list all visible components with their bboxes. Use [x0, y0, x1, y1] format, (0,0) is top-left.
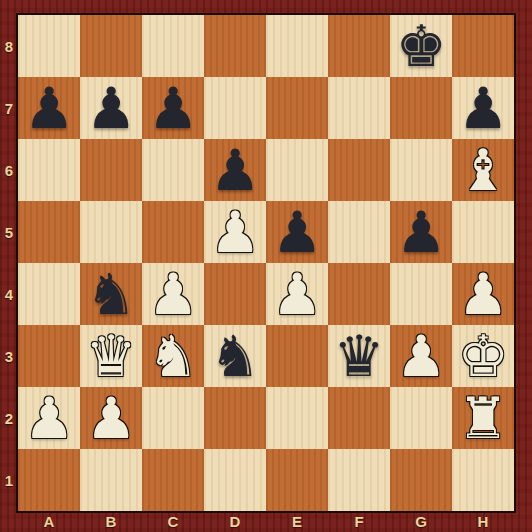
piece-black-knight[interactable]: ♞: [209, 325, 260, 387]
piece-white-pawn[interactable]: ♟: [147, 263, 198, 325]
square-d7[interactable]: [204, 77, 266, 139]
square-h3[interactable]: ♚: [452, 325, 514, 387]
square-h5[interactable]: [452, 201, 514, 263]
square-g4[interactable]: [390, 263, 452, 325]
file-label-c: C: [142, 511, 204, 532]
square-b8[interactable]: [80, 15, 142, 77]
square-h4[interactable]: ♟: [452, 263, 514, 325]
rank-label-5: 5: [0, 201, 18, 263]
square-a7[interactable]: ♟: [18, 77, 80, 139]
square-d3[interactable]: ♞: [204, 325, 266, 387]
square-c4[interactable]: ♟: [142, 263, 204, 325]
rank-label-8: 8: [0, 15, 18, 77]
file-label-a: A: [18, 511, 80, 532]
piece-white-pawn[interactable]: ♟: [395, 325, 446, 387]
square-c5[interactable]: [142, 201, 204, 263]
piece-black-king[interactable]: ♚: [395, 15, 446, 77]
piece-black-pawn[interactable]: ♟: [457, 77, 508, 139]
piece-black-pawn[interactable]: ♟: [147, 77, 198, 139]
rank-label-4: 4: [0, 263, 18, 325]
chess-board: ♚♟♟♟♟♟♝♟♟♟♞♟♟♟♛♞♞♛♟♚♟♟♜: [18, 15, 514, 511]
square-f5[interactable]: [328, 201, 390, 263]
square-f1[interactable]: [328, 449, 390, 511]
square-d8[interactable]: [204, 15, 266, 77]
square-a5[interactable]: [18, 201, 80, 263]
piece-black-pawn[interactable]: ♟: [85, 77, 136, 139]
square-e7[interactable]: [266, 77, 328, 139]
square-a4[interactable]: [18, 263, 80, 325]
square-h1[interactable]: [452, 449, 514, 511]
file-label-h: H: [452, 511, 514, 532]
square-g2[interactable]: [390, 387, 452, 449]
square-g6[interactable]: [390, 139, 452, 201]
square-b3[interactable]: ♛: [80, 325, 142, 387]
rank-label-2: 2: [0, 387, 18, 449]
square-g8[interactable]: ♚: [390, 15, 452, 77]
square-f7[interactable]: [328, 77, 390, 139]
square-g1[interactable]: [390, 449, 452, 511]
square-a3[interactable]: [18, 325, 80, 387]
piece-white-queen[interactable]: ♛: [85, 325, 136, 387]
square-f3[interactable]: ♛: [328, 325, 390, 387]
piece-black-pawn[interactable]: ♟: [23, 77, 74, 139]
square-c3[interactable]: ♞: [142, 325, 204, 387]
square-a6[interactable]: [18, 139, 80, 201]
piece-black-knight[interactable]: ♞: [85, 263, 136, 325]
square-f8[interactable]: [328, 15, 390, 77]
piece-black-pawn[interactable]: ♟: [271, 201, 322, 263]
square-h7[interactable]: ♟: [452, 77, 514, 139]
square-d6[interactable]: ♟: [204, 139, 266, 201]
rank-label-3: 3: [0, 325, 18, 387]
rank-labels: 87654321: [0, 15, 18, 511]
square-f4[interactable]: [328, 263, 390, 325]
file-label-e: E: [266, 511, 328, 532]
square-c1[interactable]: [142, 449, 204, 511]
rank-label-7: 7: [0, 77, 18, 139]
square-g3[interactable]: ♟: [390, 325, 452, 387]
square-b6[interactable]: [80, 139, 142, 201]
square-e6[interactable]: [266, 139, 328, 201]
square-b4[interactable]: ♞: [80, 263, 142, 325]
square-c6[interactable]: [142, 139, 204, 201]
square-e1[interactable]: [266, 449, 328, 511]
square-e2[interactable]: [266, 387, 328, 449]
rank-label-1: 1: [0, 449, 18, 511]
piece-white-king[interactable]: ♚: [457, 325, 508, 387]
square-a8[interactable]: [18, 15, 80, 77]
piece-black-queen[interactable]: ♛: [333, 325, 384, 387]
square-d1[interactable]: [204, 449, 266, 511]
square-e8[interactable]: [266, 15, 328, 77]
square-b2[interactable]: ♟: [80, 387, 142, 449]
piece-white-pawn[interactable]: ♟: [209, 201, 260, 263]
square-h2[interactable]: ♜: [452, 387, 514, 449]
piece-white-pawn[interactable]: ♟: [85, 387, 136, 449]
piece-white-knight[interactable]: ♞: [147, 325, 198, 387]
piece-white-rook[interactable]: ♜: [457, 387, 508, 449]
file-labels: ABCDEFGH: [18, 511, 514, 532]
square-d5[interactable]: ♟: [204, 201, 266, 263]
square-d4[interactable]: [204, 263, 266, 325]
piece-white-pawn[interactable]: ♟: [271, 263, 322, 325]
square-e3[interactable]: [266, 325, 328, 387]
piece-black-pawn[interactable]: ♟: [209, 139, 260, 201]
piece-white-pawn[interactable]: ♟: [23, 387, 74, 449]
square-b7[interactable]: ♟: [80, 77, 142, 139]
square-b5[interactable]: [80, 201, 142, 263]
square-c2[interactable]: [142, 387, 204, 449]
square-d2[interactable]: [204, 387, 266, 449]
square-b1[interactable]: [80, 449, 142, 511]
file-label-b: B: [80, 511, 142, 532]
file-label-f: F: [328, 511, 390, 532]
piece-white-pawn[interactable]: ♟: [457, 263, 508, 325]
rank-label-6: 6: [0, 139, 18, 201]
piece-white-bishop[interactable]: ♝: [457, 139, 508, 201]
board-frame: 87654321 ABCDEFGH ♚♟♟♟♟♟♝♟♟♟♞♟♟♟♛♞♞♛♟♚♟♟…: [0, 0, 532, 532]
file-label-g: G: [390, 511, 452, 532]
square-c8[interactable]: [142, 15, 204, 77]
square-f6[interactable]: [328, 139, 390, 201]
square-a1[interactable]: [18, 449, 80, 511]
square-g7[interactable]: [390, 77, 452, 139]
square-h8[interactable]: [452, 15, 514, 77]
square-f2[interactable]: [328, 387, 390, 449]
square-h6[interactable]: ♝: [452, 139, 514, 201]
piece-black-pawn[interactable]: ♟: [395, 201, 446, 263]
square-e5[interactable]: ♟: [266, 201, 328, 263]
square-e4[interactable]: ♟: [266, 263, 328, 325]
square-c7[interactable]: ♟: [142, 77, 204, 139]
square-g5[interactable]: ♟: [390, 201, 452, 263]
square-a2[interactable]: ♟: [18, 387, 80, 449]
file-label-d: D: [204, 511, 266, 532]
